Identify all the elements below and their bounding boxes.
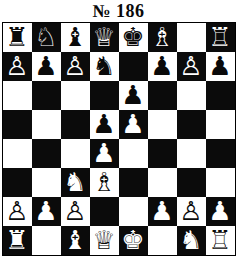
piece-white-queen: ♕ bbox=[92, 226, 115, 255]
square-f2[interactable]: ♟ bbox=[148, 197, 177, 226]
square-c7[interactable]: ♙ bbox=[61, 52, 90, 81]
square-e8[interactable]: ♚ bbox=[119, 23, 148, 52]
square-b1[interactable] bbox=[32, 226, 61, 255]
piece-black-pawn: ♙ bbox=[5, 52, 28, 81]
square-g3[interactable] bbox=[177, 168, 206, 197]
square-a2[interactable]: ♙ bbox=[3, 197, 32, 226]
square-c1[interactable]: ♝ bbox=[61, 226, 90, 255]
square-e6[interactable]: ♟ bbox=[119, 81, 148, 110]
piece-white-pawn: ♟ bbox=[92, 139, 115, 168]
square-h2[interactable]: ♟ bbox=[206, 197, 235, 226]
piece-black-bishop: ♗ bbox=[150, 23, 173, 52]
square-c2[interactable]: ♙ bbox=[61, 197, 90, 226]
square-b7[interactable]: ♟ bbox=[32, 52, 61, 81]
square-c5[interactable] bbox=[61, 110, 90, 139]
square-f7[interactable]: ♟ bbox=[148, 52, 177, 81]
piece-white-pawn: ♙ bbox=[63, 197, 86, 226]
piece-black-rook: ♜ bbox=[5, 23, 28, 52]
square-g5[interactable] bbox=[177, 110, 206, 139]
square-c6[interactable] bbox=[61, 81, 90, 110]
square-g2[interactable]: ♙ bbox=[177, 197, 206, 226]
piece-black-pawn: ♙ bbox=[63, 52, 86, 81]
square-g6[interactable] bbox=[177, 81, 206, 110]
piece-black-knight: ♞ bbox=[92, 52, 115, 81]
piece-black-rook: ♖ bbox=[208, 23, 231, 52]
square-g7[interactable]: ♙ bbox=[177, 52, 206, 81]
piece-black-pawn: ♙ bbox=[179, 52, 202, 81]
square-a7[interactable]: ♙ bbox=[3, 52, 32, 81]
piece-white-pawn: ♙ bbox=[179, 197, 202, 226]
square-e7[interactable] bbox=[119, 52, 148, 81]
piece-white-bishop: ♗ bbox=[92, 168, 115, 197]
square-d7[interactable]: ♞ bbox=[90, 52, 119, 81]
square-e5[interactable]: ♟ bbox=[119, 110, 148, 139]
square-h3[interactable] bbox=[206, 168, 235, 197]
piece-black-queen: ♕ bbox=[92, 23, 115, 52]
piece-black-king: ♚ bbox=[121, 23, 144, 52]
piece-white-knight: ♞ bbox=[63, 168, 86, 197]
square-h7[interactable]: ♟ bbox=[206, 52, 235, 81]
piece-black-pawn: ♟ bbox=[92, 110, 115, 139]
square-d2[interactable] bbox=[90, 197, 119, 226]
square-b3[interactable] bbox=[32, 168, 61, 197]
piece-black-pawn: ♟ bbox=[150, 52, 173, 81]
square-h8[interactable]: ♖ bbox=[206, 23, 235, 52]
piece-white-pawn: ♟ bbox=[150, 197, 173, 226]
piece-black-pawn: ♟ bbox=[121, 81, 144, 110]
piece-white-king: ♚ bbox=[121, 226, 144, 255]
square-a8[interactable]: ♜ bbox=[3, 23, 32, 52]
piece-black-pawn: ♟ bbox=[34, 52, 57, 81]
square-f3[interactable] bbox=[148, 168, 177, 197]
square-e1[interactable]: ♚ bbox=[119, 226, 148, 255]
square-e3[interactable] bbox=[119, 168, 148, 197]
square-e2[interactable] bbox=[119, 197, 148, 226]
piece-black-pawn: ♟ bbox=[208, 52, 231, 81]
diagram-title: № 186 bbox=[0, 0, 237, 22]
square-d1[interactable]: ♕ bbox=[90, 226, 119, 255]
square-f1[interactable] bbox=[148, 226, 177, 255]
square-h6[interactable] bbox=[206, 81, 235, 110]
chess-board: ♜♘♝♕♚♗♖♙♟♙♞♟♙♟♟♟♟♟♞♗♙♟♙♟♙♟♜♝♕♚♞♖ bbox=[2, 22, 236, 256]
square-f8[interactable]: ♗ bbox=[148, 23, 177, 52]
square-b5[interactable] bbox=[32, 110, 61, 139]
square-f4[interactable] bbox=[148, 139, 177, 168]
square-a1[interactable]: ♜ bbox=[3, 226, 32, 255]
square-g1[interactable]: ♞ bbox=[177, 226, 206, 255]
square-b4[interactable] bbox=[32, 139, 61, 168]
square-c3[interactable]: ♞ bbox=[61, 168, 90, 197]
piece-black-knight: ♘ bbox=[34, 23, 57, 52]
square-d6[interactable] bbox=[90, 81, 119, 110]
square-a6[interactable] bbox=[3, 81, 32, 110]
piece-white-rook: ♜ bbox=[5, 226, 28, 255]
square-g4[interactable] bbox=[177, 139, 206, 168]
piece-white-knight: ♞ bbox=[179, 226, 202, 255]
square-h4[interactable] bbox=[206, 139, 235, 168]
square-f6[interactable] bbox=[148, 81, 177, 110]
square-f5[interactable] bbox=[148, 110, 177, 139]
square-d8[interactable]: ♕ bbox=[90, 23, 119, 52]
square-h1[interactable]: ♖ bbox=[206, 226, 235, 255]
square-a5[interactable] bbox=[3, 110, 32, 139]
piece-white-bishop: ♝ bbox=[63, 226, 86, 255]
piece-white-pawn: ♙ bbox=[5, 197, 28, 226]
piece-white-pawn: ♟ bbox=[34, 197, 57, 226]
square-h5[interactable] bbox=[206, 110, 235, 139]
square-b2[interactable]: ♟ bbox=[32, 197, 61, 226]
piece-white-rook: ♖ bbox=[208, 226, 231, 255]
square-b6[interactable] bbox=[32, 81, 61, 110]
square-a3[interactable] bbox=[3, 168, 32, 197]
square-c8[interactable]: ♝ bbox=[61, 23, 90, 52]
square-e4[interactable] bbox=[119, 139, 148, 168]
square-g8[interactable] bbox=[177, 23, 206, 52]
square-d5[interactable]: ♟ bbox=[90, 110, 119, 139]
piece-white-pawn: ♟ bbox=[121, 110, 144, 139]
square-d3[interactable]: ♗ bbox=[90, 168, 119, 197]
square-b8[interactable]: ♘ bbox=[32, 23, 61, 52]
piece-black-bishop: ♝ bbox=[63, 23, 86, 52]
square-a4[interactable] bbox=[3, 139, 32, 168]
piece-white-pawn: ♟ bbox=[208, 197, 231, 226]
square-c4[interactable] bbox=[61, 139, 90, 168]
square-d4[interactable]: ♟ bbox=[90, 139, 119, 168]
